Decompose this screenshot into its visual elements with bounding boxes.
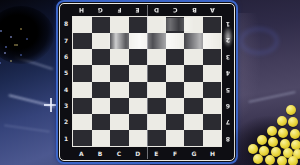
square-b7[interactable] [92, 33, 111, 49]
file-label-top-e: E [128, 4, 147, 16]
yellow-piece [268, 137, 278, 147]
square-g1[interactable] [184, 130, 203, 146]
yellow-piece [277, 156, 287, 165]
marble-vein [240, 28, 278, 54]
square-g7[interactable] [184, 33, 203, 49]
square-e3[interactable] [147, 98, 166, 114]
rank-labels-left: 87654321 [60, 16, 72, 147]
rank-label-right-5: 5 [222, 82, 234, 98]
square-h4[interactable] [203, 82, 222, 98]
square-a3[interactable] [73, 98, 92, 114]
square-a6[interactable] [73, 49, 92, 65]
square-b3[interactable] [92, 98, 111, 114]
square-e5[interactable] [147, 65, 166, 81]
square-h5[interactable] [203, 65, 222, 81]
yellow-piece [290, 129, 300, 139]
yellow-piece [288, 117, 298, 127]
square-f5[interactable] [166, 65, 185, 81]
file-label-top-f: F [110, 4, 129, 16]
square-c8[interactable] [110, 17, 129, 33]
rank-label-right-1: 1 [222, 16, 234, 32]
rank-label-left-5: 5 [60, 65, 72, 81]
yellow-piece [248, 144, 258, 154]
square-e8[interactable] [147, 17, 166, 33]
square-a2[interactable] [73, 114, 92, 130]
square-b5[interactable] [92, 65, 111, 81]
yellow-piece [253, 154, 263, 164]
square-h1[interactable] [203, 130, 222, 146]
rank-label-right-6: 6 [222, 98, 234, 114]
file-label-bottom-b: B [91, 147, 110, 160]
rank-label-left-2: 2 [60, 114, 72, 130]
file-label-bottom-a: A [72, 147, 91, 160]
square-d5[interactable] [129, 65, 148, 81]
rank-label-left-8: 8 [60, 16, 72, 32]
square-c5[interactable] [110, 65, 129, 81]
file-label-top-b: B [185, 4, 204, 16]
square-d4[interactable] [129, 82, 148, 98]
yellow-piece [267, 126, 277, 136]
square-h8[interactable] [203, 17, 222, 33]
square-d1[interactable] [129, 130, 148, 146]
square-g4[interactable] [184, 82, 203, 98]
square-f7[interactable] [166, 33, 185, 49]
yellow-piece [286, 105, 296, 115]
square-c1[interactable] [110, 130, 129, 146]
yellow-piece [278, 128, 288, 138]
square-g8[interactable] [184, 17, 203, 33]
square-f2[interactable] [166, 114, 185, 130]
rank-label-left-6: 6 [60, 49, 72, 65]
square-f1[interactable] [166, 130, 185, 146]
file-label-top-a: A [203, 4, 222, 16]
file-label-top-h: H [72, 4, 91, 16]
rank-label-right-3: 3 [222, 49, 234, 65]
square-f8[interactable] [166, 17, 185, 33]
square-a5[interactable] [73, 65, 92, 81]
square-e6[interactable] [147, 49, 166, 65]
square-b4[interactable] [92, 82, 111, 98]
square-d3[interactable] [129, 98, 148, 114]
file-label-top-d: D [147, 4, 166, 16]
square-c3[interactable] [110, 98, 129, 114]
square-g5[interactable] [184, 65, 203, 81]
file-label-bottom-c: C [110, 147, 129, 160]
square-h3[interactable] [203, 98, 222, 114]
file-label-bottom-e: E [147, 147, 166, 160]
rank-label-right-2: 2 [222, 32, 234, 48]
square-e1[interactable] [147, 130, 166, 146]
square-f6[interactable] [166, 49, 185, 65]
file-label-bottom-f: F [166, 147, 185, 160]
rank-label-left-4: 4 [60, 82, 72, 98]
square-e2[interactable] [147, 114, 166, 130]
square-b8[interactable] [92, 17, 111, 33]
file-label-bottom-g: G [185, 147, 204, 160]
square-g2[interactable] [184, 114, 203, 130]
yellow-piece [265, 155, 275, 165]
file-label-top-g: G [91, 4, 110, 16]
board-frame: HGFEDCBA ABCDEFGH 87654321 12345678 [59, 3, 235, 161]
square-f4[interactable] [166, 82, 185, 98]
square-d7[interactable] [129, 33, 148, 49]
square-d2[interactable] [129, 114, 148, 130]
square-h6[interactable] [203, 49, 222, 65]
yellow-piece [257, 135, 267, 145]
board-fold-line [147, 5, 148, 159]
square-e4[interactable] [147, 82, 166, 98]
file-label-top-c: C [166, 4, 185, 16]
square-h7[interactable] [203, 33, 222, 49]
rank-label-right-4: 4 [222, 65, 234, 81]
square-b2[interactable] [92, 114, 111, 130]
speckles [0, 30, 2, 32]
square-a1[interactable] [73, 130, 92, 146]
rank-label-left-7: 7 [60, 32, 72, 48]
rank-label-left-3: 3 [60, 98, 72, 114]
square-c4[interactable] [110, 82, 129, 98]
square-b6[interactable] [92, 49, 111, 65]
square-b1[interactable] [92, 130, 111, 146]
square-c2[interactable] [110, 114, 129, 130]
square-g3[interactable] [184, 98, 203, 114]
yellow-piece [277, 116, 287, 126]
square-c7[interactable] [110, 33, 129, 49]
square-d8[interactable] [129, 17, 148, 33]
square-a8[interactable] [73, 17, 92, 33]
square-c6[interactable] [110, 49, 129, 65]
file-label-bottom-h: H [203, 147, 222, 160]
yellow-piece [288, 156, 298, 165]
square-d6[interactable] [129, 49, 148, 65]
square-f3[interactable] [166, 98, 185, 114]
rank-label-left-1: 1 [60, 131, 72, 147]
square-a4[interactable] [73, 82, 92, 98]
square-e7[interactable] [147, 33, 166, 49]
square-a7[interactable] [73, 33, 92, 49]
square-h2[interactable] [203, 114, 222, 130]
scene: HGFEDCBA ABCDEFGH 87654321 12345678 [0, 0, 300, 165]
square-g6[interactable] [184, 49, 203, 65]
file-label-bottom-d: D [128, 147, 147, 160]
chess-board: HGFEDCBA ABCDEFGH 87654321 12345678 [56, 0, 238, 164]
